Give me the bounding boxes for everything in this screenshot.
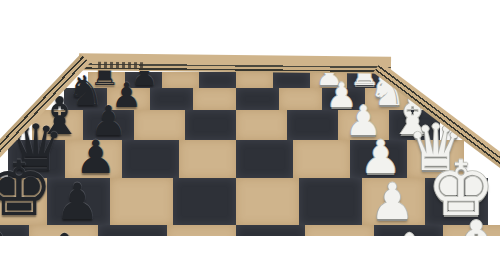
square-d7: ♟ <box>65 140 122 178</box>
square-d3 <box>293 140 350 178</box>
square-d4 <box>236 140 293 178</box>
board-row-file-b: ♞♟♟♞ <box>64 88 408 110</box>
square-b8: ♞ <box>64 88 107 110</box>
board-row-file-e: ♚♟♟♚ <box>0 178 488 225</box>
rail-marking <box>98 62 144 69</box>
square-c4 <box>236 110 287 140</box>
square-a3 <box>273 72 310 88</box>
white-pawn-d2: ♟ <box>352 134 409 180</box>
square-e6 <box>110 178 173 225</box>
square-b2: ♟ <box>322 88 365 110</box>
square-c6 <box>134 110 185 140</box>
square-d8: ♛ <box>8 140 65 178</box>
square-e8: ♚ <box>0 178 47 225</box>
square-b6 <box>150 88 193 110</box>
square-b7: ♟ <box>107 88 150 110</box>
square-a2: ♟ <box>310 72 347 88</box>
square-e7: ♟ <box>47 178 110 225</box>
white-pawn-e2: ♟ <box>361 177 424 227</box>
square-a7: ♟ <box>125 72 162 88</box>
black-pawn-d7: ♟ <box>67 134 124 180</box>
square-a5 <box>199 72 236 88</box>
square-d6 <box>122 140 179 178</box>
square-b3 <box>279 88 322 110</box>
board-row-file-d: ♛♟♟♛ <box>8 140 464 178</box>
square-c2: ♟ <box>338 110 389 140</box>
square-a8: ♜ <box>88 72 125 88</box>
square-e2: ♟ <box>362 178 425 225</box>
square-e5 <box>173 178 236 225</box>
square-c3 <box>287 110 338 140</box>
square-a4 <box>236 72 273 88</box>
black-pawn-e7: ♟ <box>46 177 109 227</box>
square-b5 <box>193 88 236 110</box>
bottom-white-margin <box>0 236 500 270</box>
board-row-file-c: ♝♟♟♝ <box>32 110 440 140</box>
square-b4 <box>236 88 279 110</box>
chess-set-photo: ♜♟♟♜♞♟♟♞♝♟♟♝♛♟♟♛♚♟♟♚♝♟♟♝♞♟♟♞♜♟♟♜ <box>0 0 500 270</box>
square-c7: ♟ <box>83 110 134 140</box>
square-e3 <box>299 178 362 225</box>
square-e4 <box>236 178 299 225</box>
square-d2: ♟ <box>350 140 407 178</box>
board-row-file-a: ♜♟♟♜ <box>88 72 384 88</box>
square-a6 <box>162 72 199 88</box>
square-e1: ♚ <box>425 178 488 225</box>
square-d5 <box>179 140 236 178</box>
square-c5 <box>185 110 236 140</box>
square-d1: ♛ <box>407 140 464 178</box>
